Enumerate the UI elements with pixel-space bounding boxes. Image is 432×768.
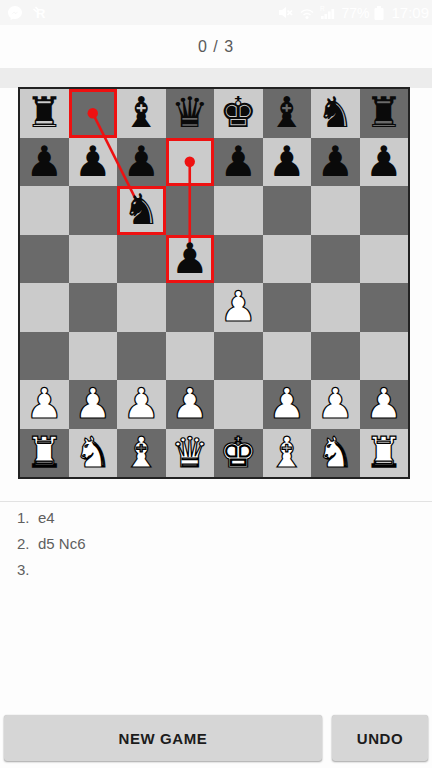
app-icon: R	[32, 5, 49, 21]
square-c4[interactable]	[117, 283, 166, 332]
square-a6[interactable]	[20, 186, 69, 235]
piece-bp: ♟	[365, 141, 403, 183]
piece-br: ♜	[25, 92, 63, 134]
piece-br: ♜	[365, 92, 403, 134]
square-c8[interactable]: ♝	[117, 89, 166, 138]
piece-wb: ♝	[122, 432, 160, 474]
status-bar: R R 77% 17:09	[0, 0, 432, 25]
square-h3[interactable]	[360, 332, 409, 381]
square-b2[interactable]: ♟	[69, 380, 118, 429]
square-g8[interactable]: ♞	[311, 89, 360, 138]
square-h6[interactable]	[360, 186, 409, 235]
square-d4[interactable]	[166, 283, 215, 332]
piece-wp: ♟	[122, 383, 160, 425]
square-f2[interactable]: ♟	[263, 380, 312, 429]
piece-wp: ♟	[74, 383, 112, 425]
piece-wn: ♞	[74, 432, 112, 474]
square-g2[interactable]: ♟	[311, 380, 360, 429]
square-g7[interactable]: ♟	[311, 138, 360, 187]
square-h5[interactable]	[360, 235, 409, 284]
piece-bp: ♟	[171, 238, 209, 280]
square-f6[interactable]	[263, 186, 312, 235]
piece-bp: ♟	[316, 141, 354, 183]
move-list: 1. e4 2. d5 Nc6 3.	[17, 505, 86, 583]
undo-button[interactable]: UNDO	[332, 715, 428, 761]
square-c2[interactable]: ♟	[117, 380, 166, 429]
square-a1[interactable]: ♜	[20, 429, 69, 478]
piece-wp: ♟	[268, 383, 306, 425]
square-f7[interactable]: ♟	[263, 138, 312, 187]
square-b7[interactable]: ♟	[69, 138, 118, 187]
piece-bq: ♛	[171, 92, 209, 134]
square-a7[interactable]: ♟	[20, 138, 69, 187]
square-c6[interactable]: ♞	[117, 186, 166, 235]
piece-wr: ♜	[365, 432, 403, 474]
square-e5[interactable]	[214, 235, 263, 284]
move-row: 3.	[17, 557, 86, 583]
status-bar-left: R	[0, 5, 277, 21]
piece-wp: ♟	[171, 383, 209, 425]
move-number: 2.	[17, 531, 38, 557]
toolbar-strip	[0, 68, 432, 88]
square-d2[interactable]: ♟	[166, 380, 215, 429]
piece-wr: ♜	[25, 432, 63, 474]
battery-icon	[374, 5, 384, 21]
square-g6[interactable]	[311, 186, 360, 235]
square-h2[interactable]: ♟	[360, 380, 409, 429]
square-f8[interactable]: ♝	[263, 89, 312, 138]
piece-wn: ♞	[316, 432, 354, 474]
status-bar-right: R 77% 17:09	[277, 4, 432, 21]
square-a4[interactable]	[20, 283, 69, 332]
square-e2[interactable]	[214, 380, 263, 429]
piece-wq: ♛	[171, 432, 209, 474]
move-text: e4	[38, 505, 55, 531]
square-c1[interactable]: ♝	[117, 429, 166, 478]
square-g4[interactable]	[311, 283, 360, 332]
square-a3[interactable]	[20, 332, 69, 381]
square-b4[interactable]	[69, 283, 118, 332]
square-b8[interactable]	[69, 89, 118, 138]
square-a2[interactable]: ♟	[20, 380, 69, 429]
square-b3[interactable]	[69, 332, 118, 381]
piece-bp: ♟	[268, 141, 306, 183]
square-d3[interactable]	[166, 332, 215, 381]
square-c7[interactable]: ♟	[117, 138, 166, 187]
square-h1[interactable]: ♜	[360, 429, 409, 478]
move-number: 3.	[17, 557, 38, 583]
square-d8[interactable]: ♛	[166, 89, 215, 138]
piece-wp: ♟	[25, 383, 63, 425]
square-f1[interactable]: ♝	[263, 429, 312, 478]
square-d1[interactable]: ♛	[166, 429, 215, 478]
square-g1[interactable]: ♞	[311, 429, 360, 478]
piece-bn: ♞	[122, 189, 160, 231]
square-f3[interactable]	[263, 332, 312, 381]
square-h8[interactable]: ♜	[360, 89, 409, 138]
square-e8[interactable]: ♚	[214, 89, 263, 138]
square-a8[interactable]: ♜	[20, 89, 69, 138]
square-d6[interactable]	[166, 186, 215, 235]
new-game-button[interactable]: NEW GAME	[4, 715, 322, 761]
piece-wp: ♟	[316, 383, 354, 425]
piece-wb: ♝	[268, 432, 306, 474]
square-g3[interactable]	[311, 332, 360, 381]
piece-bp: ♟	[219, 141, 257, 183]
move-row: 2. d5 Nc6	[17, 531, 86, 557]
piece-bb: ♝	[268, 92, 306, 134]
square-d5[interactable]: ♟	[166, 235, 215, 284]
square-e4[interactable]: ♟	[214, 283, 263, 332]
wifi-icon	[299, 6, 315, 20]
piece-wp: ♟	[219, 286, 257, 328]
square-e1[interactable]: ♚	[214, 429, 263, 478]
mute-icon	[277, 5, 294, 20]
square-c3[interactable]	[117, 332, 166, 381]
square-g5[interactable]	[311, 235, 360, 284]
roaming-letter: R	[320, 5, 325, 12]
square-f5[interactable]	[263, 235, 312, 284]
square-h7[interactable]: ♟	[360, 138, 409, 187]
signal-roaming-icon: R	[320, 5, 336, 20]
move-number: 1.	[17, 505, 38, 531]
piece-wk: ♚	[219, 432, 257, 474]
piece-bp: ♟	[74, 141, 112, 183]
piece-bn: ♞	[316, 92, 354, 134]
square-f4[interactable]	[263, 283, 312, 332]
square-e6[interactable]	[214, 186, 263, 235]
section-divider	[0, 501, 432, 502]
messenger-icon	[7, 5, 23, 21]
square-e7[interactable]: ♟	[214, 138, 263, 187]
piece-bk: ♚	[219, 92, 257, 134]
square-b1[interactable]: ♞	[69, 429, 118, 478]
square-e3[interactable]	[214, 332, 263, 381]
square-d7[interactable]	[166, 138, 215, 187]
piece-wp: ♟	[365, 383, 403, 425]
chess-board[interactable]: ♜♝♛♚♝♞♜♟♟♟♟♟♟♟♞♟♟♟♟♟♟♟♟♟♜♞♝♛♚♝♞♜	[18, 87, 410, 479]
move-row: 1. e4	[17, 505, 86, 531]
clock: 17:09	[391, 4, 429, 21]
square-c5[interactable]	[117, 235, 166, 284]
square-b6[interactable]	[69, 186, 118, 235]
square-a5[interactable]	[20, 235, 69, 284]
square-b5[interactable]	[69, 235, 118, 284]
battery-percent: 77%	[341, 5, 369, 21]
puzzle-counter: 0 / 3	[0, 38, 432, 62]
square-h4[interactable]	[360, 283, 409, 332]
piece-bp: ♟	[25, 141, 63, 183]
piece-bp: ♟	[122, 141, 160, 183]
piece-bb: ♝	[122, 92, 160, 134]
move-text: d5 Nc6	[38, 531, 86, 557]
